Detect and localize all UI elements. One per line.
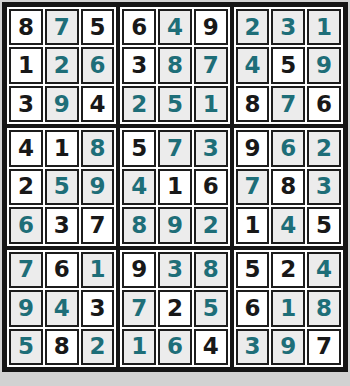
cell-r1c9[interactable]: 1 <box>307 9 341 45</box>
cell-r4c5[interactable]: 7 <box>158 130 192 166</box>
cell-r4c4: 5 <box>122 130 156 166</box>
cell-r8c4[interactable]: 7 <box>122 290 156 326</box>
cell-r9c3[interactable]: 2 <box>81 329 115 365</box>
cell-r3c2[interactable]: 9 <box>45 86 79 122</box>
cell-r6c7: 1 <box>236 207 270 243</box>
box-r2c2: 573416892 <box>120 128 229 245</box>
cell-r7c7: 5 <box>236 252 270 288</box>
box-r2c1: 418259637 <box>7 128 116 245</box>
cell-r7c2: 6 <box>45 252 79 288</box>
cell-r9c5[interactable]: 6 <box>158 329 192 365</box>
cell-r8c6[interactable]: 5 <box>194 290 228 326</box>
cell-r3c1: 3 <box>9 86 43 122</box>
cell-r4c3[interactable]: 8 <box>81 130 115 166</box>
cell-r9c1[interactable]: 5 <box>9 329 43 365</box>
cell-r8c9[interactable]: 8 <box>307 290 341 326</box>
cell-r6c2: 3 <box>45 207 79 243</box>
box-r1c1: 875126394 <box>7 7 116 124</box>
cell-r1c7[interactable]: 2 <box>236 9 270 45</box>
cell-r3c6[interactable]: 1 <box>194 86 228 122</box>
cell-r5c7[interactable]: 7 <box>236 169 270 205</box>
cell-r8c3: 3 <box>81 290 115 326</box>
cell-r7c3[interactable]: 1 <box>81 252 115 288</box>
cell-r1c6: 9 <box>194 9 228 45</box>
cell-r2c5[interactable]: 8 <box>158 47 192 83</box>
cell-r3c7: 8 <box>236 86 270 122</box>
cell-r2c4: 3 <box>122 47 156 83</box>
box-r2c3: 962783145 <box>234 128 343 245</box>
cell-r3c9: 6 <box>307 86 341 122</box>
cell-r7c1[interactable]: 7 <box>9 252 43 288</box>
cell-r8c7: 6 <box>236 290 270 326</box>
page-background: 8751263946493872512314598764182596375734… <box>0 0 350 386</box>
cell-r7c8: 2 <box>271 252 305 288</box>
cell-r6c5[interactable]: 9 <box>158 207 192 243</box>
cell-r4c6[interactable]: 3 <box>194 130 228 166</box>
cell-r7c6[interactable]: 8 <box>194 252 228 288</box>
cell-r2c1: 1 <box>9 47 43 83</box>
cell-r8c8[interactable]: 1 <box>271 290 305 326</box>
cell-r5c8: 8 <box>271 169 305 205</box>
cell-r7c4: 9 <box>122 252 156 288</box>
box-r3c3: 524618397 <box>234 250 343 367</box>
cell-r5c3[interactable]: 9 <box>81 169 115 205</box>
cell-r6c1[interactable]: 6 <box>9 207 43 243</box>
cell-r1c1: 8 <box>9 9 43 45</box>
cell-r2c3[interactable]: 6 <box>81 47 115 83</box>
cell-r9c8[interactable]: 9 <box>271 329 305 365</box>
cell-r3c3: 4 <box>81 86 115 122</box>
cell-r2c7[interactable]: 4 <box>236 47 270 83</box>
cell-r2c6[interactable]: 7 <box>194 47 228 83</box>
sudoku-board: 8751263946493872512314598764182596375734… <box>2 2 348 372</box>
cell-r4c7: 9 <box>236 130 270 166</box>
cell-r6c9: 5 <box>307 207 341 243</box>
cell-r1c2[interactable]: 7 <box>45 9 79 45</box>
cell-r9c7[interactable]: 3 <box>236 329 270 365</box>
cell-r9c2: 8 <box>45 329 79 365</box>
cell-r2c9[interactable]: 9 <box>307 47 341 83</box>
cell-r2c8: 5 <box>271 47 305 83</box>
cell-r3c8[interactable]: 7 <box>271 86 305 122</box>
cell-r9c4[interactable]: 1 <box>122 329 156 365</box>
cell-r4c8[interactable]: 6 <box>271 130 305 166</box>
box-r1c3: 231459876 <box>234 7 343 124</box>
cell-r7c5[interactable]: 3 <box>158 252 192 288</box>
cell-r5c1: 2 <box>9 169 43 205</box>
box-r3c1: 761943582 <box>7 250 116 367</box>
cell-r1c8[interactable]: 3 <box>271 9 305 45</box>
cell-r6c3: 7 <box>81 207 115 243</box>
box-r3c2: 938725164 <box>120 250 229 367</box>
cell-r9c9: 7 <box>307 329 341 365</box>
cell-r1c5[interactable]: 4 <box>158 9 192 45</box>
cell-r4c9[interactable]: 2 <box>307 130 341 166</box>
cell-r8c1[interactable]: 9 <box>9 290 43 326</box>
cell-r5c2[interactable]: 5 <box>45 169 79 205</box>
cell-r4c2: 1 <box>45 130 79 166</box>
cell-r2c2[interactable]: 2 <box>45 47 79 83</box>
cell-r8c5: 2 <box>158 290 192 326</box>
cell-r5c5: 1 <box>158 169 192 205</box>
cell-r1c4: 6 <box>122 9 156 45</box>
box-r1c2: 649387251 <box>120 7 229 124</box>
cell-r7c9[interactable]: 4 <box>307 252 341 288</box>
cell-r9c6: 4 <box>194 329 228 365</box>
cell-r4c1: 4 <box>9 130 43 166</box>
cell-r3c4[interactable]: 2 <box>122 86 156 122</box>
cell-r3c5[interactable]: 5 <box>158 86 192 122</box>
cell-r6c4[interactable]: 8 <box>122 207 156 243</box>
cell-r5c4[interactable]: 4 <box>122 169 156 205</box>
cell-r5c6: 6 <box>194 169 228 205</box>
cell-r6c6[interactable]: 2 <box>194 207 228 243</box>
cell-r8c2[interactable]: 4 <box>45 290 79 326</box>
cell-r5c9[interactable]: 3 <box>307 169 341 205</box>
cell-r6c8[interactable]: 4 <box>271 207 305 243</box>
cell-r1c3: 5 <box>81 9 115 45</box>
